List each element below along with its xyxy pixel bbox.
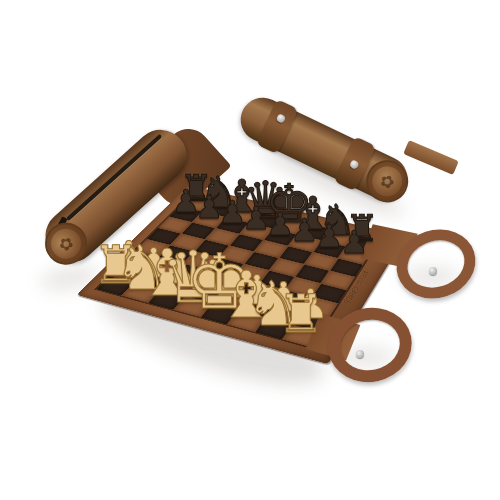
snap-button-icon (429, 267, 437, 275)
snap-button-icon (349, 159, 360, 170)
roll-end-cap: ✿ (36, 214, 95, 273)
flower-emboss-icon: ✿ (377, 171, 397, 192)
tube-strap (255, 99, 298, 154)
chess-piece-black-p[interactable]: ♟ (315, 221, 343, 252)
product-photo-scene: ✿ MELIA GAMES ✿ ♜♞♝♛♚♝♞♜♟♟♟♟♟♟♟♟♟♟♟♟♟♟♟♟… (0, 0, 500, 500)
rolled-mat-tail-flap (403, 140, 459, 175)
snap-button-icon (276, 113, 287, 124)
chess-piece-white-r[interactable]: ♜ (277, 288, 324, 340)
zipper (66, 134, 162, 221)
flower-emboss-icon: ✿ (55, 233, 77, 255)
snap-button-icon (356, 350, 364, 358)
chess-piece-black-p[interactable]: ♟ (340, 227, 368, 258)
